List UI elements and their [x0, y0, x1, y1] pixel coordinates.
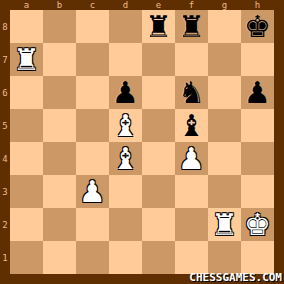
square-d7[interactable] — [109, 43, 142, 76]
square-c1[interactable] — [76, 241, 109, 274]
rank-label-8: 8 — [0, 10, 10, 43]
square-g2[interactable]: ♜ — [208, 208, 241, 241]
square-e7[interactable] — [142, 43, 175, 76]
square-g6[interactable] — [208, 76, 241, 109]
rank-labels: 87654321 — [0, 10, 10, 274]
square-g4[interactable] — [208, 142, 241, 175]
square-d8[interactable] — [109, 10, 142, 43]
square-h4[interactable] — [241, 142, 274, 175]
square-g3[interactable] — [208, 175, 241, 208]
square-f6[interactable]: ♞ — [175, 76, 208, 109]
square-h8[interactable]: ♚ — [241, 10, 274, 43]
rank-label-6: 6 — [0, 76, 10, 109]
square-a1[interactable] — [10, 241, 43, 274]
white-rook-g2: ♜ — [211, 208, 238, 241]
square-e3[interactable] — [142, 175, 175, 208]
rank-label-2: 2 — [0, 208, 10, 241]
square-b4[interactable] — [43, 142, 76, 175]
square-e8[interactable]: ♜ — [142, 10, 175, 43]
rank-label-7: 7 — [0, 43, 10, 76]
square-e6[interactable] — [142, 76, 175, 109]
square-a8[interactable] — [10, 10, 43, 43]
white-pawn-c3: ♟ — [79, 175, 106, 208]
square-b2[interactable] — [43, 208, 76, 241]
square-f3[interactable] — [175, 175, 208, 208]
black-pawn-d6: ♟ — [112, 76, 139, 109]
chess-diagram: abcdefgh 87654321 ♜♜♚♜♟♞♟♝♝♝♟♟♜♚ CHESSGA… — [0, 0, 284, 284]
square-g7[interactable] — [208, 43, 241, 76]
white-pawn-f4: ♟ — [178, 142, 205, 175]
square-f8[interactable]: ♜ — [175, 10, 208, 43]
watermark-label: CHESSGAMES.COM — [189, 271, 282, 284]
square-d6[interactable]: ♟ — [109, 76, 142, 109]
square-h2[interactable]: ♚ — [241, 208, 274, 241]
square-d1[interactable] — [109, 241, 142, 274]
square-b7[interactable] — [43, 43, 76, 76]
square-b3[interactable] — [43, 175, 76, 208]
file-label-b: b — [43, 0, 76, 10]
square-c2[interactable] — [76, 208, 109, 241]
square-b5[interactable] — [43, 109, 76, 142]
file-label-d: d — [109, 0, 142, 10]
square-g8[interactable] — [208, 10, 241, 43]
black-knight-f6: ♞ — [178, 76, 205, 109]
square-g1[interactable] — [208, 241, 241, 274]
square-a4[interactable] — [10, 142, 43, 175]
square-e4[interactable] — [142, 142, 175, 175]
square-d3[interactable] — [109, 175, 142, 208]
square-a2[interactable] — [10, 208, 43, 241]
square-h3[interactable] — [241, 175, 274, 208]
square-d4[interactable]: ♝ — [109, 142, 142, 175]
square-c8[interactable] — [76, 10, 109, 43]
square-c4[interactable] — [76, 142, 109, 175]
square-f1[interactable] — [175, 241, 208, 274]
square-f4[interactable]: ♟ — [175, 142, 208, 175]
square-e5[interactable] — [142, 109, 175, 142]
square-g5[interactable] — [208, 109, 241, 142]
black-rook-f8: ♜ — [178, 10, 205, 43]
square-h6[interactable]: ♟ — [241, 76, 274, 109]
square-h1[interactable] — [241, 241, 274, 274]
black-bishop-f5: ♝ — [178, 109, 205, 142]
square-a5[interactable] — [10, 109, 43, 142]
square-d5[interactable]: ♝ — [109, 109, 142, 142]
square-f7[interactable] — [175, 43, 208, 76]
square-b8[interactable] — [43, 10, 76, 43]
square-d2[interactable] — [109, 208, 142, 241]
file-label-a: a — [10, 0, 43, 10]
square-f5[interactable]: ♝ — [175, 109, 208, 142]
square-c6[interactable] — [76, 76, 109, 109]
square-b6[interactable] — [43, 76, 76, 109]
square-a6[interactable] — [10, 76, 43, 109]
white-rook-a7: ♜ — [13, 43, 40, 76]
square-h5[interactable] — [241, 109, 274, 142]
rank-label-5: 5 — [0, 109, 10, 142]
square-a7[interactable]: ♜ — [10, 43, 43, 76]
black-king-h8: ♚ — [244, 10, 271, 43]
square-b1[interactable] — [43, 241, 76, 274]
rank-label-1: 1 — [0, 241, 10, 274]
white-bishop-d4: ♝ — [112, 142, 139, 175]
file-labels: abcdefgh — [10, 0, 274, 10]
square-e2[interactable] — [142, 208, 175, 241]
rank-label-3: 3 — [0, 175, 10, 208]
square-c7[interactable] — [76, 43, 109, 76]
square-h7[interactable] — [241, 43, 274, 76]
file-label-c: c — [76, 0, 109, 10]
square-c5[interactable] — [76, 109, 109, 142]
square-e1[interactable] — [142, 241, 175, 274]
white-king-h2: ♚ — [244, 208, 271, 241]
square-f2[interactable] — [175, 208, 208, 241]
black-pawn-h6: ♟ — [244, 76, 271, 109]
square-a3[interactable] — [10, 175, 43, 208]
black-rook-e8: ♜ — [145, 10, 172, 43]
chess-board: ♜♜♚♜♟♞♟♝♝♝♟♟♜♚ — [10, 10, 274, 274]
white-bishop-d5: ♝ — [112, 109, 139, 142]
file-label-g: g — [208, 0, 241, 10]
rank-label-4: 4 — [0, 142, 10, 175]
square-c3[interactable]: ♟ — [76, 175, 109, 208]
